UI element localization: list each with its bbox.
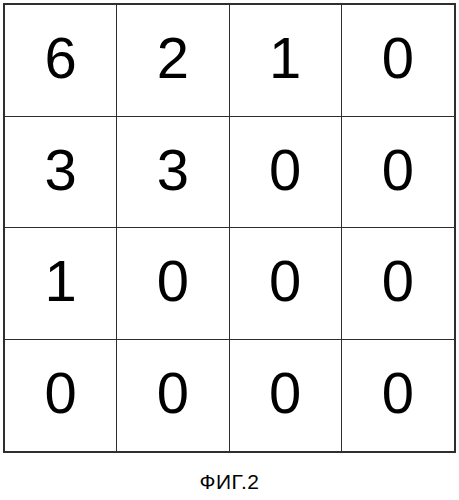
grid-cell-r1c0: 3 (5, 117, 117, 229)
grid-cell-r0c0: 6 (5, 5, 117, 117)
grid-cell-r3c0: 0 (5, 340, 117, 452)
grid-cell-r0c2: 1 (230, 5, 342, 117)
grid-cell-r1c2: 0 (230, 117, 342, 229)
grid-cell-r2c3: 0 (342, 228, 454, 340)
grid-cell-r2c0: 1 (5, 228, 117, 340)
grid-cell-r3c3: 0 (342, 340, 454, 452)
grid-cell-r0c3: 0 (342, 5, 454, 117)
grid-cell-r2c2: 0 (230, 228, 342, 340)
grid-cell-r3c2: 0 (230, 340, 342, 452)
grid-cell-r3c1: 0 (117, 340, 229, 452)
grid-cell-r1c3: 0 (342, 117, 454, 229)
figure-canvas: 6 2 1 0 3 3 0 0 1 0 0 0 0 0 0 0 ФИГ.2 (0, 0, 459, 500)
grid-cell-r2c1: 0 (117, 228, 229, 340)
number-grid-board: 6 2 1 0 3 3 0 0 1 0 0 0 0 0 0 0 (3, 3, 456, 453)
figure-caption: ФИГ.2 (0, 470, 459, 494)
grid-cell-r0c1: 2 (117, 5, 229, 117)
grid-cell-r1c1: 3 (117, 117, 229, 229)
